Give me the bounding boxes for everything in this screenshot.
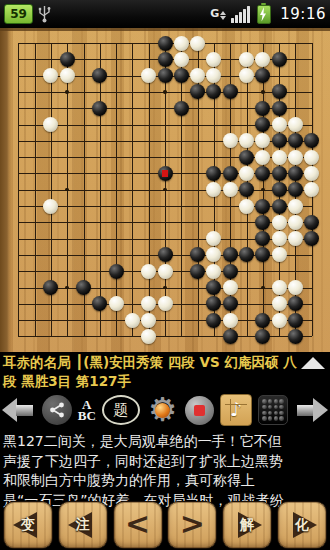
white-stone [43,117,58,132]
white-stone [141,296,156,311]
black-stone [190,264,205,279]
white-stone [141,313,156,328]
white-stone [272,231,287,246]
white-stone [174,52,189,67]
star-point [163,90,167,94]
black-stone [206,280,221,295]
black-stone [288,182,303,197]
star-point [163,188,167,192]
black-stone [174,68,189,83]
clock: 19:16 [280,5,326,23]
game-title-line2: 段 黑胜3目 第127手 [3,372,327,391]
white-stone [272,296,287,311]
white-stone [288,215,303,230]
share-button[interactable] [42,395,72,425]
black-stone [206,166,221,181]
black-stone [255,247,270,262]
record-square-icon [194,405,205,416]
black-stone [255,199,270,214]
white-stone [190,36,205,51]
white-stone [223,182,238,197]
bottom-button-row: 变 注 < > 解 化 [0,501,330,550]
white-stone [206,52,221,67]
battery-charging-icon [257,5,271,24]
black-stone [158,247,173,262]
settings-gear-button[interactable]: ⚙ [146,393,180,427]
app-screen: 59 G [0,0,330,550]
game-title-line1: 耳赤的名局 ┃(黑)安田秀策 四段 VS 幻庵因硕 八 [3,353,327,372]
boards-keypad-button[interactable] [258,395,288,425]
black-stone [272,166,287,181]
star-point [261,188,265,192]
white-stone [206,68,221,83]
board-edge-top [0,28,330,31]
white-stone [206,247,221,262]
black-stone [304,133,319,148]
grid-line [181,43,182,336]
last-move-red-marker [162,170,169,177]
black-stone [255,68,270,83]
white-stone [272,280,287,295]
star-point [163,286,167,290]
white-stone [158,264,173,279]
variation-button[interactable]: 变 [3,501,53,549]
next-move-button[interactable]: > [167,501,217,549]
black-stone [223,329,238,344]
black-stone [92,101,107,116]
black-stone [288,313,303,328]
black-stone [255,313,270,328]
black-stone [304,231,319,246]
annotation-button[interactable]: 注 [58,501,108,549]
white-stone [304,150,319,165]
status-bar: 59 G [0,0,330,28]
white-stone [239,166,254,181]
black-stone [272,52,287,67]
white-stone [190,68,205,83]
black-stone [255,117,270,132]
usb-icon [38,5,51,23]
white-stone [174,36,189,51]
black-stone [190,84,205,99]
white-stone [272,150,287,165]
commentary-line: 黑127二间关，是大局观卓绝的一手！它不但 [3,432,327,452]
white-stone [239,133,254,148]
white-stone [304,182,319,197]
black-stone [174,101,189,116]
white-stone [304,166,319,181]
black-stone [158,52,173,67]
black-stone [304,215,319,230]
white-stone [206,264,221,279]
record-button[interactable] [185,396,214,425]
black-stone [223,166,238,181]
white-stone [288,117,303,132]
black-stone [239,182,254,197]
white-stone [288,231,303,246]
share-icon [49,402,65,418]
white-stone [255,133,270,148]
transform-button[interactable]: 化 [277,501,327,549]
prev-move-button[interactable]: < [113,501,163,549]
toolbar: A BC 题 ⚙ ♪ [0,390,330,430]
music-note-icon: ♪ [230,398,242,420]
white-stone [239,68,254,83]
white-stone [125,313,140,328]
black-stone [272,199,287,214]
kifu-music-button[interactable]: ♪ [220,394,252,426]
white-stone [239,52,254,67]
white-stone [43,68,58,83]
white-stone [239,199,254,214]
white-stone [109,296,124,311]
black-stone [223,296,238,311]
black-stone [255,166,270,181]
star-point [65,286,69,290]
white-stone [288,150,303,165]
black-stone [255,101,270,116]
black-stone [60,52,75,67]
white-stone [255,52,270,67]
white-stone [272,215,287,230]
white-stone [141,264,156,279]
black-stone [92,296,107,311]
go-board[interactable] [0,28,330,352]
black-stone [206,296,221,311]
black-stone [272,133,287,148]
abc-translate-button[interactable]: A BC [78,399,96,421]
white-stone [288,199,303,214]
black-stone [255,329,270,344]
black-stone [158,36,173,51]
white-stone [158,296,173,311]
white-stone [223,313,238,328]
next-arrow-button[interactable] [294,398,328,422]
star-point [261,90,265,94]
black-stone [288,166,303,181]
explain-button[interactable]: 解 [222,501,272,549]
game-title-bar: 耳赤的名局 ┃(黑)安田秀策 四段 VS 幻庵因硕 八 段 黑胜3目 第127手 [0,352,330,390]
black-stone [158,68,173,83]
black-stone [272,182,287,197]
problem-ti-button[interactable]: 题 [102,395,140,425]
board-edge [0,28,10,352]
black-stone [288,133,303,148]
network-arrows-icon [220,11,226,20]
battery-widget-icon[interactable]: 59 [4,4,33,24]
prev-arrow-button[interactable] [2,398,36,422]
black-stone [272,84,287,99]
white-stone [141,329,156,344]
black-stone [239,247,254,262]
white-stone [206,231,221,246]
white-stone [141,68,156,83]
black-stone [223,84,238,99]
white-stone [223,280,238,295]
black-stone [288,296,303,311]
black-stone [76,280,91,295]
black-stone [272,101,287,116]
white-stone [272,313,287,328]
white-stone [255,150,270,165]
white-stone [223,133,238,148]
black-stone [223,247,238,262]
black-stone [43,280,58,295]
commentary-line: 声援了下边四子，同时还起到了扩张上边黑势 [3,452,327,472]
black-stone [239,150,254,165]
white-stone [272,247,287,262]
star-point [65,90,69,94]
star-point [65,188,69,192]
white-stone [43,199,58,214]
black-stone [255,215,270,230]
black-stone [92,68,107,83]
black-stone [288,329,303,344]
white-stone [288,280,303,295]
gear-center-ball [155,403,170,418]
white-stone [272,117,287,132]
marked-stone-move-127 [158,166,173,181]
collapse-up-icon[interactable] [301,357,325,369]
star-point [261,286,265,290]
black-stone [255,231,270,246]
black-stone [206,313,221,328]
black-stone [206,84,221,99]
black-stone [190,247,205,262]
black-stone [223,264,238,279]
white-stone [206,182,221,197]
white-stone [60,68,75,83]
network-type-indicator: G [210,8,226,20]
black-stone [109,264,124,279]
commentary-line: 和限制白方中腹势力的作用，真可称得上 [3,471,327,491]
signal-bars-icon [231,6,250,23]
